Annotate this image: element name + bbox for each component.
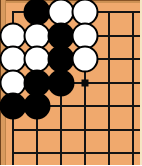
grid-vline [84,142,86,166]
intersection-5-0[interactable] [121,1,142,25]
grid-vline [108,118,110,142]
intersection-4-2[interactable] [97,48,121,72]
intersection-5-1[interactable] [121,24,142,48]
intersection-2-4[interactable] [49,95,73,119]
intersection-5-2[interactable] [121,48,142,72]
grid-vline [132,95,134,119]
intersection-0-6[interactable] [1,142,25,166]
intersection-0-4[interactable] [1,95,25,119]
intersection-3-0[interactable] [73,1,97,25]
intersection-5-6[interactable] [121,142,142,166]
grid-vline [132,71,134,95]
go-corner-diagram [0,0,142,165]
intersection-3-1[interactable] [73,24,97,48]
intersection-5-5[interactable] [121,118,142,142]
intersection-0-1[interactable] [1,24,25,48]
intersection-2-5[interactable] [49,118,73,142]
intersection-4-0[interactable] [97,1,121,25]
grid-vline [108,95,110,119]
grid-vline [132,142,134,166]
grid-vline [60,118,62,142]
intersection-3-3[interactable] [73,71,97,95]
grid-vline [84,95,86,119]
grid-vline [132,11,134,24]
grid-vline [132,118,134,142]
intersection-1-6[interactable] [25,142,49,166]
intersection-4-6[interactable] [97,142,121,166]
grid-vline [108,11,110,24]
black-stone [48,69,75,96]
intersection-1-2[interactable] [25,48,49,72]
intersection-0-3[interactable] [1,71,25,95]
intersection-0-2[interactable] [1,48,25,72]
intersection-0-5[interactable] [1,118,25,142]
intersection-1-1[interactable] [25,24,49,48]
go-board [1,1,142,166]
intersection-1-0[interactable] [25,1,49,25]
intersection-2-0[interactable] [49,1,73,25]
intersection-5-3[interactable] [121,71,142,95]
grid-vline [108,71,110,95]
hoshi-marker [82,79,89,86]
grid-vline [84,118,86,142]
black-stone [24,93,51,120]
image-right-edge-strip [140,0,142,165]
grid-vline [60,95,62,119]
intersection-4-4[interactable] [97,95,121,119]
intersection-1-5[interactable] [25,118,49,142]
intersection-4-3[interactable] [97,71,121,95]
intersection-3-5[interactable] [73,118,97,142]
intersection-2-1[interactable] [49,24,73,48]
grid-vline [132,48,134,72]
white-stone [72,46,99,73]
grid-vline [36,142,38,166]
intersection-1-4[interactable] [25,95,49,119]
intersection-5-4[interactable] [121,95,142,119]
grid-vline [132,24,134,48]
intersection-3-2[interactable] [73,48,97,72]
grid-vline [108,48,110,72]
intersection-4-5[interactable] [97,118,121,142]
grid-vline [108,142,110,166]
intersection-2-2[interactable] [49,48,73,72]
intersection-0-0[interactable] [1,1,25,25]
grid-vline [12,118,14,142]
grid-vline [12,142,14,166]
grid-vline [60,142,62,166]
grid-vline [108,24,110,48]
intersection-2-3[interactable] [49,71,73,95]
grid-vline [36,118,38,142]
intersection-3-4[interactable] [73,95,97,119]
intersection-4-1[interactable] [97,24,121,48]
intersection-3-6[interactable] [73,142,97,166]
intersection-1-3[interactable] [25,71,49,95]
intersection-2-6[interactable] [49,142,73,166]
